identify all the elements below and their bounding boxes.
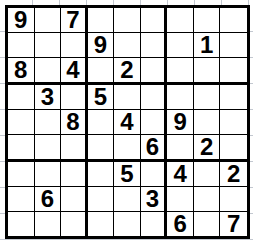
cell-r5c6[interactable]	[141, 110, 168, 135]
cell-r4c3[interactable]	[61, 85, 88, 110]
cell-r8c8[interactable]	[194, 187, 221, 212]
cell-r2c7[interactable]	[167, 33, 194, 58]
cell-r9c2[interactable]	[35, 212, 62, 236]
cell-r5c1[interactable]	[8, 110, 35, 135]
cell-r6c2[interactable]	[35, 135, 62, 162]
cell-r2c1[interactable]	[8, 33, 35, 58]
cell-r7c7[interactable]: 4	[167, 162, 194, 187]
cell-r2c9[interactable]	[220, 33, 247, 58]
cell-r3c3[interactable]: 4	[61, 58, 88, 85]
cell-r7c1[interactable]	[8, 162, 35, 187]
cell-r2c6[interactable]	[141, 33, 168, 58]
cell-r4c1[interactable]	[8, 85, 35, 110]
cell-r5c2[interactable]	[35, 110, 62, 135]
cell-r1c6[interactable]	[141, 8, 168, 33]
cell-r7c5[interactable]: 5	[114, 162, 141, 187]
cell-r8c2[interactable]: 6	[35, 187, 62, 212]
cell-r7c9[interactable]: 2	[220, 162, 247, 187]
cell-r4c5[interactable]	[114, 85, 141, 110]
cell-r7c2[interactable]	[35, 162, 62, 187]
cell-r3c1[interactable]: 8	[8, 58, 35, 85]
cell-r7c4[interactable]	[88, 162, 115, 187]
cell-r1c1[interactable]: 9	[8, 8, 35, 33]
cell-r2c2[interactable]	[35, 33, 62, 58]
cell-r1c5[interactable]	[114, 8, 141, 33]
cell-r8c9[interactable]	[220, 187, 247, 212]
cell-r4c2[interactable]: 3	[35, 85, 62, 110]
cell-r3c8[interactable]	[194, 58, 221, 85]
cell-r6c9[interactable]	[220, 135, 247, 162]
cell-r3c5[interactable]: 2	[114, 58, 141, 85]
cell-r1c9[interactable]	[220, 8, 247, 33]
cell-r8c7[interactable]	[167, 187, 194, 212]
cell-r6c3[interactable]	[61, 135, 88, 162]
cell-r3c4[interactable]	[88, 58, 115, 85]
cell-r9c3[interactable]	[61, 212, 88, 236]
cell-r3c7[interactable]	[167, 58, 194, 85]
cell-r5c4[interactable]	[88, 110, 115, 135]
sudoku-screenshot: 979184235849625426367	[0, 0, 253, 240]
cell-r6c5[interactable]	[114, 135, 141, 162]
cell-r9c7[interactable]: 6	[167, 212, 194, 236]
cell-r8c5[interactable]	[114, 187, 141, 212]
cell-r8c6[interactable]: 3	[141, 187, 168, 212]
cell-r8c3[interactable]	[61, 187, 88, 212]
cell-r4c6[interactable]	[141, 85, 168, 110]
cell-r1c2[interactable]	[35, 8, 62, 33]
cell-r5c8[interactable]	[194, 110, 221, 135]
cell-r1c7[interactable]	[167, 8, 194, 33]
cell-r4c9[interactable]	[220, 85, 247, 110]
cell-r5c7[interactable]: 9	[167, 110, 194, 135]
cell-r6c1[interactable]	[8, 135, 35, 162]
cell-r2c5[interactable]	[114, 33, 141, 58]
cell-r7c6[interactable]	[141, 162, 168, 187]
cell-r8c4[interactable]	[88, 187, 115, 212]
cell-r8c1[interactable]	[8, 187, 35, 212]
cell-r5c5[interactable]: 4	[114, 110, 141, 135]
sudoku-board: 979184235849625426367	[5, 5, 250, 239]
cell-r7c3[interactable]	[61, 162, 88, 187]
cell-r6c7[interactable]	[167, 135, 194, 162]
cell-r9c9[interactable]: 7	[220, 212, 247, 236]
cell-r2c4[interactable]: 9	[88, 33, 115, 58]
cell-r1c3[interactable]: 7	[61, 8, 88, 33]
cell-r9c8[interactable]	[194, 212, 221, 236]
cell-r3c2[interactable]	[35, 58, 62, 85]
cell-r2c3[interactable]	[61, 33, 88, 58]
cell-r4c8[interactable]	[194, 85, 221, 110]
cell-r3c9[interactable]	[220, 58, 247, 85]
cell-r1c8[interactable]	[194, 8, 221, 33]
cell-r9c1[interactable]	[8, 212, 35, 236]
cell-r9c4[interactable]	[88, 212, 115, 236]
cell-r5c9[interactable]	[220, 110, 247, 135]
cell-r6c6[interactable]: 6	[141, 135, 168, 162]
cell-r9c6[interactable]	[141, 212, 168, 236]
cell-r6c4[interactable]	[88, 135, 115, 162]
cell-r2c8[interactable]: 1	[194, 33, 221, 58]
cell-r4c7[interactable]	[167, 85, 194, 110]
cell-r9c5[interactable]	[114, 212, 141, 236]
cell-r7c8[interactable]	[194, 162, 221, 187]
cell-r6c8[interactable]: 2	[194, 135, 221, 162]
cell-r5c3[interactable]: 8	[61, 110, 88, 135]
cell-r1c4[interactable]	[88, 8, 115, 33]
cell-r4c4[interactable]: 5	[88, 85, 115, 110]
cell-r3c6[interactable]	[141, 58, 168, 85]
